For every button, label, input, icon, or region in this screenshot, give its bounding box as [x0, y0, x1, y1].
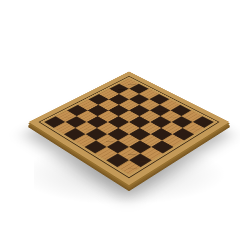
black-pawn-icon: ♟	[168, 110, 217, 131]
white-rook-icon: ♜	[102, 143, 154, 171]
square-h1: ♜	[117, 160, 140, 174]
square-h7: ♟	[183, 122, 204, 134]
chess-set-product-photo: ♜♞♝♛♚♝♞♜♟♟♟♟♟♟♟♟♟♟♟♟♟♟♟♟♜♞♝♛♚♝♞♜	[0, 0, 240, 228]
